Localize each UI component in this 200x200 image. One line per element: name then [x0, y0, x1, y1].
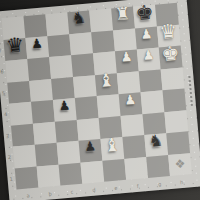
piece-white-pawn[interactable]: ♟: [124, 93, 137, 107]
rank-label-2: 2: [7, 147, 12, 169]
square-e4[interactable]: [97, 94, 121, 117]
square-d4[interactable]: [75, 96, 99, 119]
square-h5[interactable]: [161, 67, 185, 90]
square-a2[interactable]: [13, 145, 37, 168]
square-c7[interactable]: [47, 34, 71, 57]
square-a8[interactable]: [2, 16, 26, 39]
square-f6[interactable]: ♟: [115, 49, 139, 72]
square-a3[interactable]: [11, 123, 35, 146]
square-a5[interactable]: [7, 80, 31, 103]
square-b5[interactable]: [29, 79, 53, 102]
board-grid: ♞♜♚♛♟♟♛♟♟♚♝♟♟♟♝♞❖: [2, 3, 192, 190]
rank-label-1: 1: [9, 168, 14, 190]
square-e8[interactable]: [89, 9, 113, 32]
file-label-f: f: [127, 183, 149, 190]
piece-white-pawn[interactable]: ♟: [142, 48, 155, 62]
square-c5[interactable]: [51, 77, 75, 100]
piece-black-king[interactable]: ♚: [135, 2, 155, 23]
square-c2[interactable]: [57, 141, 81, 164]
square-h7[interactable]: ♛: [157, 24, 181, 47]
square-d1[interactable]: [80, 160, 104, 183]
square-b6[interactable]: [27, 57, 51, 80]
board-maker-logo-icon: ❖: [168, 153, 192, 176]
square-b2[interactable]: [35, 143, 59, 166]
file-label-g: g: [149, 181, 171, 188]
square-c6[interactable]: [49, 55, 73, 78]
square-g1[interactable]: [146, 155, 170, 178]
square-c1[interactable]: [59, 162, 83, 185]
square-f1[interactable]: [124, 157, 148, 180]
piece-white-rook[interactable]: ♜: [114, 5, 131, 23]
square-a4[interactable]: [9, 102, 33, 125]
square-h4[interactable]: [162, 88, 186, 111]
square-g7[interactable]: ♟: [135, 26, 159, 49]
square-a7[interactable]: ♛: [3, 38, 27, 61]
square-c8[interactable]: [45, 12, 69, 35]
rank-label-6: 6: [0, 61, 4, 83]
rank-label-4: 4: [3, 104, 8, 126]
square-b8[interactable]: [23, 14, 47, 37]
square-d6[interactable]: [71, 53, 95, 76]
square-g8[interactable]: ♚: [133, 5, 157, 28]
file-label-a: a: [17, 193, 39, 200]
file-label-d: d: [83, 187, 105, 194]
square-e1[interactable]: [102, 158, 126, 181]
piece-white-pawn[interactable]: ♟: [120, 50, 133, 64]
square-b1[interactable]: [37, 164, 61, 187]
piece-black-pawn[interactable]: ♟: [58, 99, 71, 113]
piece-white-bishop[interactable]: ♝: [98, 71, 116, 90]
square-g4[interactable]: [141, 90, 165, 113]
square-f8[interactable]: ♜: [111, 7, 135, 30]
piece-black-knight[interactable]: ♞: [71, 10, 87, 27]
square-e5[interactable]: ♝: [95, 73, 119, 96]
square-d8[interactable]: ♞: [67, 10, 91, 33]
square-h3[interactable]: [164, 110, 188, 133]
piece-black-pawn[interactable]: ♟: [84, 140, 97, 154]
square-d3[interactable]: [77, 118, 101, 141]
piece-white-bishop[interactable]: ♝: [103, 135, 121, 154]
file-label-h: h: [170, 179, 192, 186]
square-b3[interactable]: [33, 121, 57, 144]
square-a6[interactable]: [5, 59, 29, 82]
square-c3[interactable]: [55, 119, 79, 142]
rank-label-3: 3: [5, 125, 10, 147]
square-h1[interactable]: ❖: [168, 153, 192, 176]
square-g3[interactable]: [142, 112, 166, 135]
rank-label-8: 8: [0, 18, 1, 40]
square-f3[interactable]: [121, 114, 145, 137]
square-e3[interactable]: [99, 116, 123, 139]
piece-white-pawn[interactable]: ♟: [140, 27, 153, 41]
file-label-e: e: [105, 185, 127, 192]
square-a1[interactable]: [15, 166, 39, 189]
square-f7[interactable]: [113, 28, 137, 51]
piece-black-pawn[interactable]: ♟: [31, 36, 44, 50]
square-f2[interactable]: [122, 135, 146, 158]
board-photo: ♞♜♚♛♟♟♛♟♟♚♝♟♟♟♝♞❖ abcdefgh 87654321: [0, 0, 200, 200]
rank-label-5: 5: [1, 83, 6, 105]
square-h2[interactable]: [166, 131, 190, 154]
file-label-c: c: [61, 189, 83, 196]
square-h8[interactable]: [155, 3, 179, 26]
square-h6[interactable]: ♚: [159, 46, 183, 69]
square-f4[interactable]: ♟: [119, 92, 143, 115]
square-g2[interactable]: ♞: [144, 133, 168, 156]
square-d7[interactable]: [69, 32, 93, 55]
square-e2[interactable]: ♝: [100, 137, 124, 160]
square-g5[interactable]: [139, 69, 163, 92]
square-d5[interactable]: [73, 75, 97, 98]
square-b4[interactable]: [31, 100, 55, 123]
square-c4[interactable]: ♟: [53, 98, 77, 121]
square-e6[interactable]: [93, 51, 117, 74]
square-g6[interactable]: ♟: [137, 48, 161, 71]
rank-label-7: 7: [0, 40, 3, 62]
piece-black-knight[interactable]: ♞: [148, 132, 164, 149]
square-d2[interactable]: ♟: [79, 139, 103, 162]
brand-mark: [188, 75, 193, 105]
chess-board: ♞♜♚♛♟♟♛♟♟♚♝♟♟♟♝♞❖ abcdefgh 87654321: [0, 0, 200, 200]
file-label-b: b: [39, 191, 61, 198]
square-f5[interactable]: [117, 71, 141, 94]
square-e7[interactable]: [91, 30, 115, 53]
square-b7[interactable]: ♟: [25, 36, 49, 59]
